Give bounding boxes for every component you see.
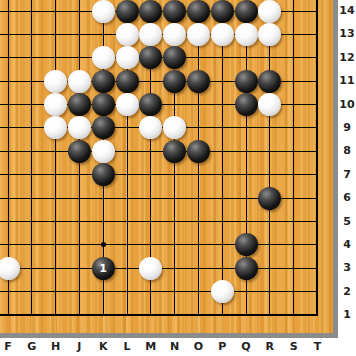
grid-line-row-4 (0, 244, 318, 245)
grid-line-row-8 (0, 151, 318, 152)
grid-line-row-5 (0, 221, 318, 222)
stone-black-Q10 (235, 93, 258, 116)
stone-black-J10 (68, 93, 91, 116)
row-label-2: 2 (338, 282, 356, 302)
row-label-14: 14 (338, 1, 356, 21)
stone-white-R10 (258, 93, 281, 116)
column-label-R: R (260, 338, 280, 356)
column-label-O: O (188, 338, 208, 356)
stone-white-P2 (211, 280, 234, 303)
stone-white-Q13 (235, 23, 258, 46)
column-label-L: L (117, 338, 137, 356)
row-label-8: 8 (338, 141, 356, 161)
stone-white-R13 (258, 23, 281, 46)
stone-white-M13 (139, 23, 162, 46)
row-label-7: 7 (338, 165, 356, 185)
column-label-S: S (284, 338, 304, 356)
column-label-H: H (46, 338, 66, 356)
stone-white-K12 (92, 46, 115, 69)
stone-black-M10 (139, 93, 162, 116)
column-label-M: M (141, 338, 161, 356)
row-label-5: 5 (338, 212, 356, 232)
stone-black-K9 (92, 116, 115, 139)
stone-black-Q11 (235, 70, 258, 93)
stone-black-Q14 (235, 0, 258, 23)
stone-white-M9 (139, 116, 162, 139)
move-number-label: 1 (99, 263, 107, 274)
star-point-K4 (101, 242, 106, 247)
row-label-4: 4 (338, 235, 356, 255)
stone-black-Q3 (235, 257, 258, 280)
row-label-9: 9 (338, 118, 356, 138)
stone-black-R6 (258, 187, 281, 210)
stone-white-H9 (44, 116, 67, 139)
grid-line-row-7 (0, 174, 318, 175)
stone-black-Q4 (235, 233, 258, 256)
row-label-11: 11 (338, 71, 356, 91)
stone-black-O14 (187, 0, 210, 23)
stone-white-J9 (68, 116, 91, 139)
stone-white-J11 (68, 70, 91, 93)
column-label-N: N (165, 338, 185, 356)
grid-line-row-2 (0, 291, 318, 292)
stone-black-L14 (116, 0, 139, 23)
stone-black-K10 (92, 93, 115, 116)
stone-white-P13 (211, 23, 234, 46)
row-label-1: 1 (338, 305, 356, 325)
stone-white-N13 (163, 23, 186, 46)
column-label-T: T (307, 338, 327, 356)
stone-white-K8 (92, 140, 115, 163)
stone-white-F3 (0, 257, 20, 280)
row-label-13: 13 (338, 24, 356, 44)
stone-black-O11 (187, 70, 210, 93)
stone-black-P14 (211, 0, 234, 23)
stone-white-M3 (139, 257, 162, 280)
stone-white-O13 (187, 23, 210, 46)
go-diagram: 1 FGHJKLMNOPQRST1413121110987654321 (0, 0, 356, 356)
stone-white-L12 (116, 46, 139, 69)
column-label-J: J (69, 338, 89, 356)
stone-black-N14 (163, 0, 186, 23)
column-label-P: P (212, 338, 232, 356)
stone-black-K11 (92, 70, 115, 93)
stone-white-L10 (116, 93, 139, 116)
stone-black-R11 (258, 70, 281, 93)
stone-black-K3: 1 (92, 257, 115, 280)
stone-white-H11 (44, 70, 67, 93)
stone-black-K7 (92, 163, 115, 186)
column-label-F: F (0, 338, 18, 356)
row-label-10: 10 (338, 95, 356, 115)
column-label-K: K (93, 338, 113, 356)
stone-black-L11 (116, 70, 139, 93)
stone-white-H10 (44, 93, 67, 116)
stone-black-M14 (139, 0, 162, 23)
row-label-12: 12 (338, 48, 356, 68)
grid-line-row-1 (0, 314, 318, 316)
stone-white-R14 (258, 0, 281, 23)
stone-white-L13 (116, 23, 139, 46)
go-board-surface[interactable]: 1 (0, 0, 338, 338)
stone-black-O8 (187, 140, 210, 163)
column-label-G: G (22, 338, 42, 356)
stone-black-N12 (163, 46, 186, 69)
stone-black-N11 (163, 70, 186, 93)
stone-black-J8 (68, 140, 91, 163)
row-label-6: 6 (338, 188, 356, 208)
stone-black-M12 (139, 46, 162, 69)
stone-white-N9 (163, 116, 186, 139)
stone-black-N8 (163, 140, 186, 163)
row-label-3: 3 (338, 258, 356, 278)
stone-white-K14 (92, 0, 115, 23)
column-label-Q: Q (236, 338, 256, 356)
